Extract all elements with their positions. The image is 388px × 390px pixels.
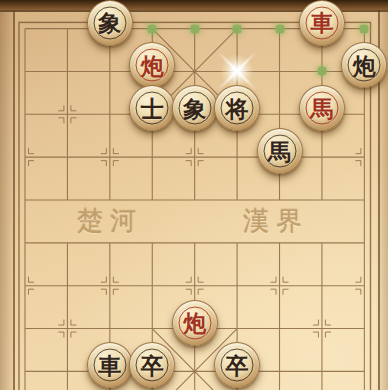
piece-character: 卒 — [226, 354, 249, 377]
piece-red-cannon[interactable]: 炮 — [172, 300, 218, 346]
piece-character: 車 — [98, 354, 121, 377]
river-label-chuhe: 楚河 — [77, 203, 143, 238]
piece-character: 士 — [141, 97, 164, 120]
piece-character: 馬 — [310, 97, 333, 120]
piece-character: 車 — [310, 11, 333, 34]
piece-black-general[interactable]: 将 — [214, 85, 260, 131]
move-hint-dot[interactable] — [317, 67, 326, 76]
piece-red-horse[interactable]: 馬 — [299, 85, 345, 131]
move-hint-dot[interactable] — [233, 24, 242, 33]
move-hint-dot[interactable] — [148, 24, 157, 33]
piece-red-chariot[interactable]: 車 — [299, 0, 345, 46]
piece-character: 象 — [183, 97, 206, 120]
piece-black-elephant[interactable]: 象 — [87, 0, 133, 46]
piece-character: 将 — [226, 97, 249, 120]
piece-black-chariot[interactable]: 車 — [87, 342, 133, 388]
piece-character: 象 — [98, 11, 121, 34]
river-label-hanjie: 漢界 — [243, 203, 309, 238]
piece-character: 炮 — [141, 54, 164, 77]
piece-character: 卒 — [141, 354, 164, 377]
move-hint-dot[interactable] — [190, 24, 199, 33]
piece-black-advisor[interactable]: 士 — [129, 85, 175, 131]
piece-black-elephant[interactable]: 象 — [172, 85, 218, 131]
piece-character: 炮 — [353, 54, 376, 77]
piece-black-soldier[interactable]: 卒 — [129, 342, 175, 388]
piece-black-horse[interactable]: 馬 — [257, 128, 303, 174]
piece-red-cannon[interactable]: 炮 — [129, 42, 175, 88]
piece-black-soldier[interactable]: 卒 — [214, 342, 260, 388]
move-hint-dot[interactable] — [360, 24, 369, 33]
piece-black-cannon[interactable]: 炮 — [341, 42, 387, 88]
move-hint-dot[interactable] — [275, 24, 284, 33]
xiangqi-board[interactable]: 楚河 漢界 象車炮炮士象将馬馬炮車卒卒 — [0, 0, 388, 390]
piece-character: 炮 — [183, 311, 206, 334]
piece-character: 馬 — [268, 140, 291, 163]
